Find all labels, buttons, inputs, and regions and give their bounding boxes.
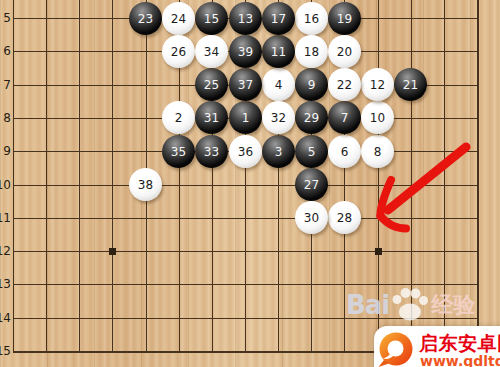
stone-28[interactable]: 28 bbox=[328, 201, 361, 234]
baidu-jingyan-text: 经验 bbox=[431, 286, 475, 323]
stone-25[interactable]: 25 bbox=[195, 68, 228, 101]
row-label-10: 10 bbox=[0, 177, 11, 193]
site-watermark-box: 启东安卓网 www.qdltdq.com bbox=[374, 326, 500, 367]
grid-vline bbox=[79, 0, 80, 353]
stone-38[interactable]: 38 bbox=[129, 168, 162, 201]
stone-33[interactable]: 33 bbox=[195, 135, 228, 168]
stone-1[interactable]: 1 bbox=[229, 101, 262, 134]
row-label-9: 9 bbox=[0, 143, 11, 159]
stone-5[interactable]: 5 bbox=[295, 135, 328, 168]
stone-20[interactable]: 20 bbox=[328, 35, 361, 68]
stone-34[interactable]: 34 bbox=[195, 35, 228, 68]
baidu-watermark-text: Bai bbox=[346, 286, 389, 324]
stone-12[interactable]: 12 bbox=[361, 68, 394, 101]
grid-vline bbox=[13, 0, 14, 353]
go-diagram-screenshot: 5678910111213141512345678910111213151617… bbox=[0, 0, 500, 367]
stone-32[interactable]: 32 bbox=[262, 101, 295, 134]
stone-11[interactable]: 11 bbox=[262, 35, 295, 68]
stone-27[interactable]: 27 bbox=[295, 168, 328, 201]
stone-8[interactable]: 8 bbox=[361, 135, 394, 168]
star-point bbox=[375, 248, 382, 255]
stone-21[interactable]: 21 bbox=[394, 68, 427, 101]
stone-16[interactable]: 16 bbox=[295, 2, 328, 35]
stone-22[interactable]: 22 bbox=[328, 68, 361, 101]
row-label-14: 14 bbox=[0, 310, 11, 326]
stone-9[interactable]: 9 bbox=[295, 68, 328, 101]
row-label-15: 15 bbox=[0, 343, 11, 359]
row-label-12: 12 bbox=[0, 243, 11, 259]
stone-24[interactable]: 24 bbox=[162, 2, 195, 35]
grid-hline bbox=[13, 251, 479, 252]
stone-3[interactable]: 3 bbox=[262, 135, 295, 168]
row-label-11: 11 bbox=[0, 210, 11, 226]
stone-31[interactable]: 31 bbox=[195, 101, 228, 134]
stone-13[interactable]: 13 bbox=[229, 2, 262, 35]
stone-35[interactable]: 35 bbox=[162, 135, 195, 168]
stone-26[interactable]: 26 bbox=[162, 35, 195, 68]
baidu-watermark: Bai 经验 bbox=[346, 286, 475, 324]
grid-vline bbox=[477, 0, 479, 353]
stone-19[interactable]: 19 bbox=[328, 2, 361, 35]
stone-6[interactable]: 6 bbox=[328, 135, 361, 168]
site-logo-icon bbox=[377, 330, 417, 367]
stone-36[interactable]: 36 bbox=[229, 135, 262, 168]
grid-vline bbox=[46, 0, 47, 353]
stone-29[interactable]: 29 bbox=[295, 101, 328, 134]
grid-hline bbox=[13, 185, 479, 186]
stone-2[interactable]: 2 bbox=[162, 101, 195, 134]
stone-30[interactable]: 30 bbox=[295, 201, 328, 234]
grid-hline bbox=[13, 284, 479, 285]
stone-18[interactable]: 18 bbox=[295, 35, 328, 68]
baidu-paw-icon bbox=[390, 286, 430, 324]
grid-hline bbox=[13, 218, 479, 219]
row-label-5: 5 bbox=[0, 10, 11, 26]
site-url: www.qdltdq.com bbox=[420, 353, 500, 367]
stone-15[interactable]: 15 bbox=[195, 2, 228, 35]
stone-37[interactable]: 37 bbox=[229, 68, 262, 101]
stone-17[interactable]: 17 bbox=[262, 2, 295, 35]
grid-vline bbox=[112, 0, 113, 353]
row-label-7: 7 bbox=[0, 77, 11, 93]
stone-10[interactable]: 10 bbox=[361, 101, 394, 134]
stone-23[interactable]: 23 bbox=[129, 2, 162, 35]
star-point bbox=[109, 248, 116, 255]
stone-4[interactable]: 4 bbox=[262, 68, 295, 101]
stone-39[interactable]: 39 bbox=[229, 35, 262, 68]
row-label-6: 6 bbox=[0, 43, 11, 59]
stone-7[interactable]: 7 bbox=[328, 101, 361, 134]
row-label-13: 13 bbox=[0, 276, 11, 292]
row-label-8: 8 bbox=[0, 110, 11, 126]
